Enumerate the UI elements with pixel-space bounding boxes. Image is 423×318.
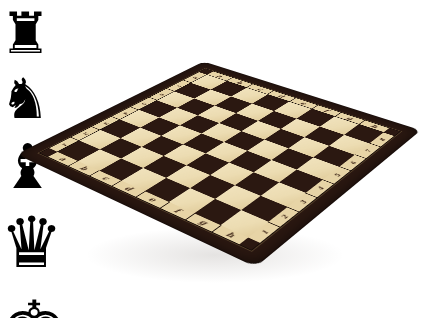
piece-black-rook[interactable]: ♜ (0, 0, 423, 66)
chess-set-photo: abcdefgh 87654321 87654321 abcdefgh ♜♞♝♛… (0, 0, 423, 318)
